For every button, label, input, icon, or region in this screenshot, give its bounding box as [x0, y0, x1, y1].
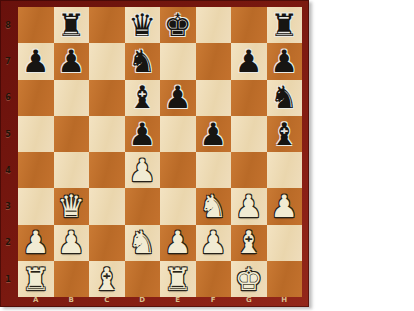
square-f8[interactable] — [196, 7, 232, 43]
square-h1[interactable] — [267, 261, 303, 297]
square-e7[interactable] — [160, 43, 196, 79]
square-g5[interactable] — [231, 116, 267, 152]
white-pawn[interactable]: ♟ — [267, 188, 303, 224]
white-pawn[interactable]: ♟ — [160, 225, 196, 261]
white-queen[interactable]: ♛ — [54, 188, 90, 224]
black-knight[interactable]: ♞ — [267, 80, 303, 116]
square-a1[interactable]: ♜ — [18, 261, 54, 297]
square-d4[interactable]: ♟ — [125, 152, 161, 188]
square-h5[interactable]: ♝ — [267, 116, 303, 152]
square-h3[interactable]: ♟ — [267, 188, 303, 224]
black-pawn[interactable]: ♟ — [18, 43, 54, 79]
square-f6[interactable] — [196, 80, 232, 116]
black-pawn[interactable]: ♟ — [267, 43, 303, 79]
square-e8[interactable]: ♚ — [160, 7, 196, 43]
square-b8[interactable]: ♜ — [54, 7, 90, 43]
square-c2[interactable] — [89, 225, 125, 261]
square-a3[interactable] — [18, 188, 54, 224]
black-pawn[interactable]: ♟ — [54, 43, 90, 79]
square-d7[interactable]: ♞ — [125, 43, 161, 79]
white-pawn[interactable]: ♟ — [18, 225, 54, 261]
square-b3[interactable]: ♛ — [54, 188, 90, 224]
square-e1[interactable]: ♜ — [160, 261, 196, 297]
white-rook[interactable]: ♜ — [18, 261, 54, 297]
square-a2[interactable]: ♟ — [18, 225, 54, 261]
square-g3[interactable]: ♟ — [231, 188, 267, 224]
square-e2[interactable]: ♟ — [160, 225, 196, 261]
rank-label-3: 3 — [0, 188, 16, 224]
file-label-b: B — [54, 295, 90, 304]
square-b6[interactable] — [54, 80, 90, 116]
square-c1[interactable]: ♝ — [89, 261, 125, 297]
rank-label-6: 6 — [0, 80, 16, 116]
black-knight[interactable]: ♞ — [125, 43, 161, 79]
square-f2[interactable]: ♟ — [196, 225, 232, 261]
white-knight[interactable]: ♞ — [125, 225, 161, 261]
square-f4[interactable] — [196, 152, 232, 188]
square-a4[interactable] — [18, 152, 54, 188]
square-h7[interactable]: ♟ — [267, 43, 303, 79]
square-d8[interactable]: ♛ — [125, 7, 161, 43]
square-b7[interactable]: ♟ — [54, 43, 90, 79]
rank-label-1: 1 — [0, 261, 16, 297]
square-c8[interactable] — [89, 7, 125, 43]
black-bishop[interactable]: ♝ — [267, 116, 303, 152]
square-d3[interactable] — [125, 188, 161, 224]
square-g4[interactable] — [231, 152, 267, 188]
square-h2[interactable] — [267, 225, 303, 261]
square-d2[interactable]: ♞ — [125, 225, 161, 261]
black-pawn[interactable]: ♟ — [125, 116, 161, 152]
square-g2[interactable]: ♝ — [231, 225, 267, 261]
black-rook[interactable]: ♜ — [54, 7, 90, 43]
square-f5[interactable]: ♟ — [196, 116, 232, 152]
square-d5[interactable]: ♟ — [125, 116, 161, 152]
square-g1[interactable]: ♚ — [231, 261, 267, 297]
square-g6[interactable] — [231, 80, 267, 116]
square-h8[interactable]: ♜ — [267, 7, 303, 43]
square-f3[interactable]: ♞ — [196, 188, 232, 224]
white-rook[interactable]: ♜ — [160, 261, 196, 297]
rank-labels: 87654321 — [0, 7, 16, 297]
black-king[interactable]: ♚ — [160, 7, 196, 43]
square-f1[interactable] — [196, 261, 232, 297]
file-label-c: C — [89, 295, 125, 304]
square-e4[interactable] — [160, 152, 196, 188]
square-g7[interactable]: ♟ — [231, 43, 267, 79]
black-queen[interactable]: ♛ — [125, 7, 161, 43]
square-g8[interactable] — [231, 7, 267, 43]
file-labels: ABCDEFGH — [18, 295, 302, 304]
black-bishop[interactable]: ♝ — [125, 80, 161, 116]
board-squares: ♜♛♚♜♟♟♞♟♟♝♟♞♟♟♝♟♛♞♟♟♟♟♞♟♟♝♜♝♜♚ — [18, 7, 302, 297]
black-pawn[interactable]: ♟ — [196, 116, 232, 152]
square-h6[interactable]: ♞ — [267, 80, 303, 116]
rank-label-4: 4 — [0, 152, 16, 188]
square-c3[interactable] — [89, 188, 125, 224]
square-a5[interactable] — [18, 116, 54, 152]
chess-board: 87654321 ♜♛♚♜♟♟♞♟♟♝♟♞♟♟♝♟♛♞♟♟♟♟♞♟♟♝♜♝♜♚ … — [0, 0, 309, 307]
square-e3[interactable] — [160, 188, 196, 224]
rank-label-5: 5 — [0, 116, 16, 152]
square-c7[interactable] — [89, 43, 125, 79]
square-d6[interactable]: ♝ — [125, 80, 161, 116]
square-a8[interactable] — [18, 7, 54, 43]
square-b1[interactable] — [54, 261, 90, 297]
square-e6[interactable]: ♟ — [160, 80, 196, 116]
file-label-h: H — [267, 295, 303, 304]
square-c5[interactable] — [89, 116, 125, 152]
square-b5[interactable] — [54, 116, 90, 152]
square-f7[interactable] — [196, 43, 232, 79]
square-b2[interactable]: ♟ — [54, 225, 90, 261]
white-pawn[interactable]: ♟ — [54, 225, 90, 261]
rank-label-2: 2 — [0, 225, 16, 261]
white-bishop[interactable]: ♝ — [89, 261, 125, 297]
file-label-e: E — [160, 295, 196, 304]
file-label-f: F — [196, 295, 232, 304]
rank-label-7: 7 — [0, 43, 16, 79]
square-h4[interactable] — [267, 152, 303, 188]
white-knight[interactable]: ♞ — [196, 188, 232, 224]
white-pawn[interactable]: ♟ — [231, 188, 267, 224]
square-c6[interactable] — [89, 80, 125, 116]
black-pawn[interactable]: ♟ — [231, 43, 267, 79]
black-pawn[interactable]: ♟ — [160, 80, 196, 116]
white-pawn[interactable]: ♟ — [125, 152, 161, 188]
white-bishop[interactable]: ♝ — [231, 225, 267, 261]
white-king[interactable]: ♚ — [231, 261, 267, 297]
file-label-a: A — [18, 295, 54, 304]
file-label-d: D — [125, 295, 161, 304]
square-b4[interactable] — [54, 152, 90, 188]
black-rook[interactable]: ♜ — [267, 7, 303, 43]
file-label-g: G — [231, 295, 267, 304]
square-d1[interactable] — [125, 261, 161, 297]
square-a6[interactable] — [18, 80, 54, 116]
rank-label-8: 8 — [0, 7, 16, 43]
square-a7[interactable]: ♟ — [18, 43, 54, 79]
square-e5[interactable] — [160, 116, 196, 152]
square-c4[interactable] — [89, 152, 125, 188]
white-pawn[interactable]: ♟ — [196, 225, 232, 261]
